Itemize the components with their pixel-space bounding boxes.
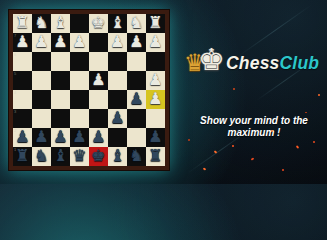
square-b2[interactable]: ♟ — [32, 128, 51, 147]
piece-bB-f1[interactable]: ♝ — [110, 146, 124, 165]
piece-wN-g8[interactable]: ♞ — [129, 13, 143, 32]
tagline-line1: Show your mind to the — [183, 115, 325, 127]
square-c4[interactable] — [51, 90, 70, 109]
square-e7[interactable] — [89, 33, 108, 52]
square-g1[interactable]: ♞ — [127, 147, 146, 166]
piece-wP-c7[interactable]: ♟ — [53, 32, 67, 51]
rank-label: 2 — [14, 128, 16, 133]
piece-wB-f8[interactable]: ♝ — [110, 13, 124, 32]
ember-particle — [188, 139, 190, 141]
chess-board[interactable]: 8♜♞♝♚♝♞♜7♟♟♟♟♟♟♟65♟♟4♟♟3♟2♟♟♟♟♟♟1♜♞♝♛♚♝♞… — [13, 14, 165, 166]
piece-wP-e5[interactable]: ♟ — [91, 70, 105, 89]
ember-particle — [318, 94, 320, 96]
piece-wP-h4[interactable]: ♟ — [148, 89, 162, 108]
piece-wP-a7[interactable]: ♟ — [15, 32, 29, 51]
piece-wP-b7[interactable]: ♟ — [34, 32, 48, 51]
square-g4[interactable]: ♟ — [127, 90, 146, 109]
white-king-icon: ♚ — [198, 42, 225, 77]
square-c2[interactable]: ♟ — [51, 128, 70, 147]
piece-bP-c2[interactable]: ♟ — [53, 127, 67, 146]
piece-bP-g4[interactable]: ♟ — [129, 89, 143, 108]
piece-bP-a2[interactable]: ♟ — [15, 127, 29, 146]
square-h6[interactable] — [146, 52, 165, 71]
square-c5[interactable] — [51, 71, 70, 90]
square-b8[interactable]: ♞ — [32, 14, 51, 33]
ember-particle — [305, 112, 307, 113]
square-h3[interactable] — [146, 109, 165, 128]
ember-particle — [313, 141, 315, 143]
ember-particle — [251, 157, 255, 160]
square-d1[interactable]: ♛ — [70, 147, 89, 166]
square-a1[interactable]: 1♜ — [13, 147, 32, 166]
square-g7[interactable]: ♟ — [127, 33, 146, 52]
rank-label: 6 — [14, 52, 16, 57]
ember-particle — [282, 169, 284, 171]
square-e3[interactable] — [89, 109, 108, 128]
tagline: Show your mind to the maximum ! — [183, 115, 325, 139]
piece-bR-a1[interactable]: ♜ — [15, 146, 29, 165]
brand-chess: Chess — [226, 53, 280, 73]
ember-particle — [203, 167, 207, 170]
square-g5[interactable] — [127, 71, 146, 90]
rank-label: 1 — [14, 147, 16, 152]
square-e5[interactable]: ♟ — [89, 71, 108, 90]
square-f6[interactable] — [108, 52, 127, 71]
piece-wP-f7[interactable]: ♟ — [110, 32, 124, 51]
square-f8[interactable]: ♝ — [108, 14, 127, 33]
square-h1[interactable]: ♜ — [146, 147, 165, 166]
square-b1[interactable]: ♞ — [32, 147, 51, 166]
ember-particle — [233, 88, 235, 90]
piece-bK-e1[interactable]: ♚ — [91, 146, 105, 165]
piece-bP-e2[interactable]: ♟ — [91, 127, 105, 146]
square-e6[interactable] — [89, 52, 108, 71]
square-f2[interactable] — [108, 128, 127, 147]
square-e4[interactable] — [89, 90, 108, 109]
piece-bQ-d1[interactable]: ♛ — [72, 146, 86, 165]
square-g6[interactable] — [127, 52, 146, 71]
square-a5[interactable]: 5 — [13, 71, 32, 90]
square-f3[interactable]: ♟ — [108, 109, 127, 128]
square-e1[interactable]: ♚ — [89, 147, 108, 166]
square-e8[interactable]: ♚ — [89, 14, 108, 33]
piece-wP-d7[interactable]: ♟ — [72, 32, 86, 51]
square-c7[interactable]: ♟ — [51, 33, 70, 52]
square-a3[interactable]: 3 — [13, 109, 32, 128]
piece-bN-g1[interactable]: ♞ — [129, 146, 143, 165]
square-b5[interactable] — [32, 71, 51, 90]
piece-bP-h2[interactable]: ♟ — [148, 127, 162, 146]
rank-label: 8 — [14, 14, 16, 19]
piece-wP-g7[interactable]: ♟ — [129, 32, 143, 51]
piece-bR-h1[interactable]: ♜ — [148, 146, 162, 165]
rank-label: 7 — [14, 33, 16, 38]
square-h2[interactable]: ♟ — [146, 128, 165, 147]
square-a4[interactable]: 4 — [13, 90, 32, 109]
square-b4[interactable] — [32, 90, 51, 109]
square-f7[interactable]: ♟ — [108, 33, 127, 52]
square-b6[interactable] — [32, 52, 51, 71]
rank-label: 3 — [14, 109, 16, 114]
square-h8[interactable]: ♜ — [146, 14, 165, 33]
square-a6[interactable]: 6 — [13, 52, 32, 71]
rank-label: 4 — [14, 90, 16, 95]
piece-bP-b2[interactable]: ♟ — [34, 127, 48, 146]
square-b3[interactable] — [32, 109, 51, 128]
ember-particle — [232, 145, 234, 147]
piece-wR-a8[interactable]: ♜ — [15, 13, 29, 32]
brand-club: Club — [280, 53, 320, 73]
piece-wN-b8[interactable]: ♞ — [34, 13, 48, 32]
square-c3[interactable] — [51, 109, 70, 128]
square-g2[interactable] — [127, 128, 146, 147]
ember-particle — [296, 145, 299, 149]
piece-wP-h7[interactable]: ♟ — [148, 32, 162, 51]
piece-bP-f3[interactable]: ♟ — [110, 108, 124, 127]
square-f4[interactable] — [108, 90, 127, 109]
square-d4[interactable] — [70, 90, 89, 109]
square-d5[interactable] — [70, 71, 89, 90]
square-a7[interactable]: 7♟ — [13, 33, 32, 52]
square-f5[interactable] — [108, 71, 127, 90]
piece-wR-h8[interactable]: ♜ — [148, 13, 162, 32]
square-e2[interactable]: ♟ — [89, 128, 108, 147]
piece-bB-c1[interactable]: ♝ — [53, 146, 67, 165]
tagline-line2: maximum ! — [183, 127, 325, 139]
square-d7[interactable]: ♟ — [70, 33, 89, 52]
piece-wB-c8[interactable]: ♝ — [53, 13, 67, 32]
square-d2[interactable]: ♟ — [70, 128, 89, 147]
square-c6[interactable] — [51, 52, 70, 71]
square-d3[interactable] — [70, 109, 89, 128]
square-d8[interactable] — [70, 14, 89, 33]
square-g3[interactable] — [127, 109, 146, 128]
square-c8[interactable]: ♝ — [51, 14, 70, 33]
square-g8[interactable]: ♞ — [127, 14, 146, 33]
square-a2[interactable]: 2♟ — [13, 128, 32, 147]
app-logo: ♛ ♚ ChessClub — [182, 40, 322, 80]
chess-board-frame: 8♜♞♝♚♝♞♜7♟♟♟♟♟♟♟65♟♟4♟♟3♟2♟♟♟♟♟♟1♜♞♝♛♚♝♞… — [9, 10, 169, 170]
piece-wK-e8[interactable]: ♚ — [91, 13, 105, 32]
square-b7[interactable]: ♟ — [32, 33, 51, 52]
square-d6[interactable] — [70, 52, 89, 71]
square-h4[interactable]: ♟ — [146, 90, 165, 109]
piece-bN-b1[interactable]: ♞ — [34, 146, 48, 165]
ember-particle — [214, 150, 218, 153]
square-h7[interactable]: ♟ — [146, 33, 165, 52]
app-title: ChessClub — [226, 53, 319, 74]
square-h5[interactable]: ♟ — [146, 71, 165, 90]
square-c1[interactable]: ♝ — [51, 147, 70, 166]
piece-wP-h5[interactable]: ♟ — [148, 70, 162, 89]
square-f1[interactable]: ♝ — [108, 147, 127, 166]
rank-label: 5 — [14, 71, 16, 76]
square-a8[interactable]: 8♜ — [13, 14, 32, 33]
piece-bP-d2[interactable]: ♟ — [72, 127, 86, 146]
